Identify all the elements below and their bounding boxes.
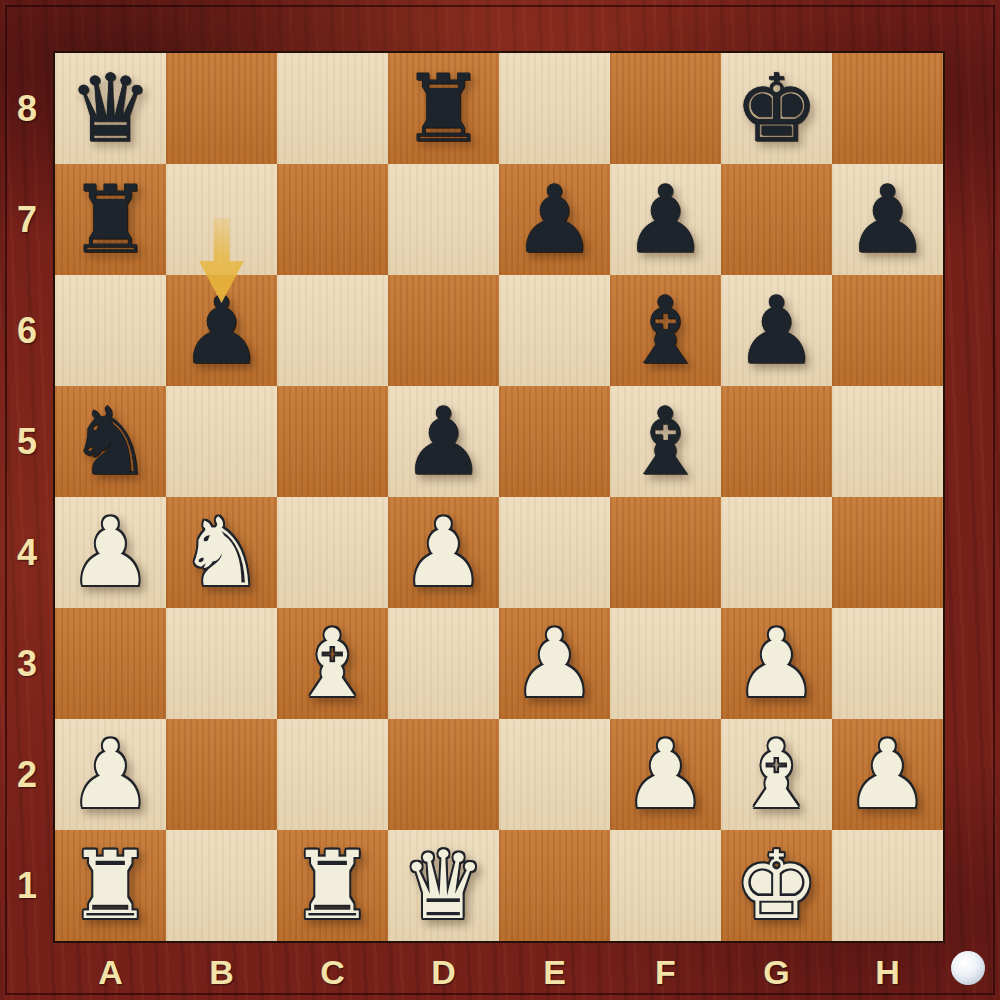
piece-black-pawn-d5[interactable]: ♟ [401, 395, 485, 489]
file-label-f: F [610, 945, 721, 1000]
piece-white-pawn-f2[interactable]: ♟ [623, 728, 707, 822]
piece-black-pawn-g6[interactable]: ♟ [734, 284, 818, 378]
piece-black-knight-a5[interactable]: ♞ [68, 395, 152, 489]
file-label-g: G [721, 945, 832, 1000]
piece-black-queen-a8[interactable]: ♛ [68, 62, 152, 156]
piece-black-pawn-b6[interactable]: ♟ [179, 284, 263, 378]
square-e3[interactable]: ♟ [499, 608, 610, 719]
square-c2[interactable] [277, 719, 388, 830]
square-c7[interactable] [277, 164, 388, 275]
square-f4[interactable] [610, 497, 721, 608]
square-c1[interactable]: ♜ [277, 830, 388, 941]
square-e5[interactable] [499, 386, 610, 497]
square-b8[interactable] [166, 53, 277, 164]
square-f6[interactable]: ♝ [610, 275, 721, 386]
piece-black-bishop-f6[interactable]: ♝ [623, 284, 707, 378]
square-e2[interactable] [499, 719, 610, 830]
square-d8[interactable]: ♜ [388, 53, 499, 164]
piece-black-pawn-e7[interactable]: ♟ [512, 173, 596, 267]
rank-label-1: 1 [0, 830, 54, 941]
square-d2[interactable] [388, 719, 499, 830]
piece-black-rook-a7[interactable]: ♜ [68, 173, 152, 267]
square-f5[interactable]: ♝ [610, 386, 721, 497]
square-d6[interactable] [388, 275, 499, 386]
rank-label-6: 6 [0, 275, 54, 386]
square-g3[interactable]: ♟ [721, 608, 832, 719]
file-label-d: D [388, 945, 499, 1000]
square-b2[interactable] [166, 719, 277, 830]
piece-black-rook-d8[interactable]: ♜ [401, 62, 485, 156]
square-h4[interactable] [832, 497, 943, 608]
square-b1[interactable] [166, 830, 277, 941]
square-e1[interactable] [499, 830, 610, 941]
square-h3[interactable] [832, 608, 943, 719]
piece-white-rook-a1[interactable]: ♜ [68, 839, 152, 933]
piece-black-bishop-f5[interactable]: ♝ [623, 395, 707, 489]
file-label-e: E [499, 945, 610, 1000]
square-h1[interactable] [832, 830, 943, 941]
square-c5[interactable] [277, 386, 388, 497]
square-c4[interactable] [277, 497, 388, 608]
rank-label-3: 3 [0, 608, 54, 719]
side-to-move-sphere-icon [951, 951, 985, 985]
square-a5[interactable]: ♞ [55, 386, 166, 497]
piece-white-rook-c1[interactable]: ♜ [290, 839, 374, 933]
file-label-b: B [166, 945, 277, 1000]
square-a6[interactable] [55, 275, 166, 386]
piece-white-knight-b4[interactable]: ♞ [179, 506, 263, 600]
square-h5[interactable] [832, 386, 943, 497]
square-d4[interactable]: ♟ [388, 497, 499, 608]
square-d7[interactable] [388, 164, 499, 275]
square-e8[interactable] [499, 53, 610, 164]
square-f7[interactable]: ♟ [610, 164, 721, 275]
square-c6[interactable] [277, 275, 388, 386]
square-a8[interactable]: ♛ [55, 53, 166, 164]
rank-label-7: 7 [0, 164, 54, 275]
square-b3[interactable] [166, 608, 277, 719]
rank-label-4: 4 [0, 497, 54, 608]
piece-white-queen-d1[interactable]: ♛ [401, 839, 485, 933]
piece-white-pawn-e3[interactable]: ♟ [512, 617, 596, 711]
piece-white-pawn-g3[interactable]: ♟ [734, 617, 818, 711]
square-g7[interactable] [721, 164, 832, 275]
square-b5[interactable] [166, 386, 277, 497]
square-a3[interactable] [55, 608, 166, 719]
square-b4[interactable]: ♞ [166, 497, 277, 608]
piece-white-pawn-a4[interactable]: ♟ [68, 506, 152, 600]
file-label-h: H [832, 945, 943, 1000]
chess-board: ♛♜♚♜♟♟♟♟♝♟♞♟♝♟♞♟♝♟♟♟♟♝♟♜♜♛♚ [55, 53, 943, 941]
square-a2[interactable]: ♟ [55, 719, 166, 830]
file-label-a: A [55, 945, 166, 1000]
square-f8[interactable] [610, 53, 721, 164]
piece-white-bishop-c3[interactable]: ♝ [290, 617, 374, 711]
square-f1[interactable] [610, 830, 721, 941]
rank-label-5: 5 [0, 386, 54, 497]
rank-label-2: 2 [0, 719, 54, 830]
piece-white-king-g1[interactable]: ♚ [734, 839, 818, 933]
piece-white-bishop-g2[interactable]: ♝ [734, 728, 818, 822]
square-g6[interactable]: ♟ [721, 275, 832, 386]
square-f3[interactable] [610, 608, 721, 719]
square-g8[interactable]: ♚ [721, 53, 832, 164]
file-label-c: C [277, 945, 388, 1000]
piece-black-pawn-h7[interactable]: ♟ [845, 173, 929, 267]
square-d1[interactable]: ♛ [388, 830, 499, 941]
piece-white-pawn-a2[interactable]: ♟ [68, 728, 152, 822]
piece-black-king-g8[interactable]: ♚ [734, 62, 818, 156]
square-g1[interactable]: ♚ [721, 830, 832, 941]
piece-white-pawn-h2[interactable]: ♟ [845, 728, 929, 822]
square-d5[interactable]: ♟ [388, 386, 499, 497]
square-c8[interactable] [277, 53, 388, 164]
square-b7[interactable] [166, 164, 277, 275]
square-h6[interactable] [832, 275, 943, 386]
square-h8[interactable] [832, 53, 943, 164]
square-h2[interactable]: ♟ [832, 719, 943, 830]
square-a1[interactable]: ♜ [55, 830, 166, 941]
square-a4[interactable]: ♟ [55, 497, 166, 608]
square-f2[interactable]: ♟ [610, 719, 721, 830]
square-e6[interactable] [499, 275, 610, 386]
square-b6[interactable]: ♟ [166, 275, 277, 386]
square-c3[interactable]: ♝ [277, 608, 388, 719]
square-h7[interactable]: ♟ [832, 164, 943, 275]
square-d3[interactable] [388, 608, 499, 719]
square-e4[interactable] [499, 497, 610, 608]
rank-label-8: 8 [0, 53, 54, 164]
square-g2[interactable]: ♝ [721, 719, 832, 830]
square-e7[interactable]: ♟ [499, 164, 610, 275]
piece-white-pawn-d4[interactable]: ♟ [401, 506, 485, 600]
square-g5[interactable] [721, 386, 832, 497]
piece-black-pawn-f7[interactable]: ♟ [623, 173, 707, 267]
square-g4[interactable] [721, 497, 832, 608]
square-a7[interactable]: ♜ [55, 164, 166, 275]
